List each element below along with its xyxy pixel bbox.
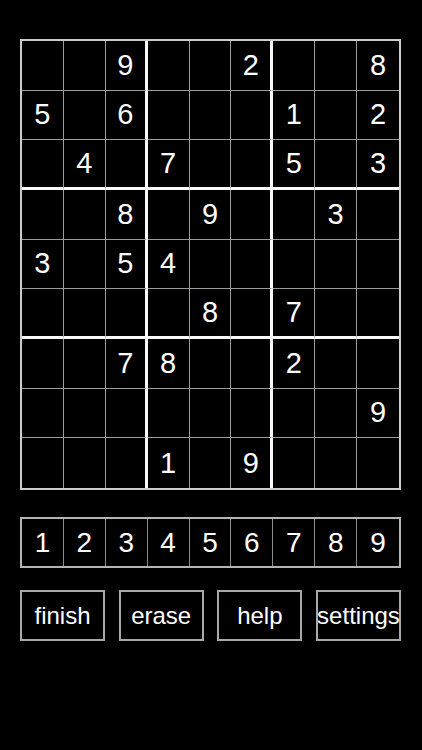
numpad-key-4[interactable]: 4 xyxy=(148,519,190,566)
cell-r7c5[interactable] xyxy=(190,339,232,389)
cell-r2c4[interactable] xyxy=(148,91,190,141)
numpad-key-6[interactable]: 6 xyxy=(231,519,273,566)
cell-r9c3[interactable] xyxy=(106,438,148,488)
cell-r5c4[interactable]: 4 xyxy=(148,240,190,290)
cell-r6c4[interactable] xyxy=(148,289,190,339)
cell-r1c6[interactable]: 2 xyxy=(231,41,273,91)
cell-r6c2[interactable] xyxy=(64,289,106,339)
cell-r4c1[interactable] xyxy=(22,190,64,240)
cell-r3c6[interactable] xyxy=(231,140,273,190)
cell-r1c4[interactable] xyxy=(148,41,190,91)
cell-r2c9[interactable]: 2 xyxy=(357,91,399,141)
cell-r6c6[interactable] xyxy=(231,289,273,339)
numpad-key-7[interactable]: 7 xyxy=(273,519,315,566)
cell-r9c7[interactable] xyxy=(273,438,315,488)
cell-r5c5[interactable] xyxy=(190,240,232,290)
cell-r7c4[interactable]: 8 xyxy=(148,339,190,389)
cell-r8c3[interactable] xyxy=(106,389,148,439)
cell-r3c7[interactable]: 5 xyxy=(273,140,315,190)
cell-r4c4[interactable] xyxy=(148,190,190,240)
numpad-key-9[interactable]: 9 xyxy=(357,519,399,566)
cell-r2c6[interactable] xyxy=(231,91,273,141)
settings-button[interactable]: settings xyxy=(316,590,401,641)
cell-r1c7[interactable] xyxy=(273,41,315,91)
cell-r8c1[interactable] xyxy=(22,389,64,439)
cell-r3c1[interactable] xyxy=(22,140,64,190)
cell-r2c1[interactable]: 5 xyxy=(22,91,64,141)
cell-r9c4[interactable]: 1 xyxy=(148,438,190,488)
cell-r4c2[interactable] xyxy=(64,190,106,240)
cell-r4c3[interactable]: 8 xyxy=(106,190,148,240)
cell-r6c3[interactable] xyxy=(106,289,148,339)
cell-r3c4[interactable]: 7 xyxy=(148,140,190,190)
cell-r5c6[interactable] xyxy=(231,240,273,290)
cell-r8c2[interactable] xyxy=(64,389,106,439)
cell-r7c6[interactable] xyxy=(231,339,273,389)
cell-r1c2[interactable] xyxy=(64,41,106,91)
cell-r9c5[interactable] xyxy=(190,438,232,488)
cell-r5c3[interactable]: 5 xyxy=(106,240,148,290)
cell-r2c3[interactable]: 6 xyxy=(106,91,148,141)
cell-r2c7[interactable]: 1 xyxy=(273,91,315,141)
numpad-key-8[interactable]: 8 xyxy=(315,519,357,566)
cell-r6c7[interactable]: 7 xyxy=(273,289,315,339)
cell-r9c6[interactable]: 9 xyxy=(231,438,273,488)
cell-r6c5[interactable]: 8 xyxy=(190,289,232,339)
numpad-key-1[interactable]: 1 xyxy=(22,519,64,566)
app-screen: 9285612475389335487782919 123456789 fini… xyxy=(0,0,422,750)
cell-r7c9[interactable] xyxy=(357,339,399,389)
cell-r9c2[interactable] xyxy=(64,438,106,488)
cell-r8c5[interactable] xyxy=(190,389,232,439)
cell-r8c4[interactable] xyxy=(148,389,190,439)
cell-r7c2[interactable] xyxy=(64,339,106,389)
cell-r9c1[interactable] xyxy=(22,438,64,488)
cell-r9c9[interactable] xyxy=(357,438,399,488)
cell-r5c7[interactable] xyxy=(273,240,315,290)
cell-r7c1[interactable] xyxy=(22,339,64,389)
cell-r4c7[interactable] xyxy=(273,190,315,240)
cell-r7c7[interactable]: 2 xyxy=(273,339,315,389)
finish-button[interactable]: finish xyxy=(20,590,105,641)
cell-r7c3[interactable]: 7 xyxy=(106,339,148,389)
cell-r6c9[interactable] xyxy=(357,289,399,339)
cell-r4c8[interactable]: 3 xyxy=(315,190,357,240)
cell-r3c9[interactable]: 3 xyxy=(357,140,399,190)
cell-r4c6[interactable] xyxy=(231,190,273,240)
cell-r1c5[interactable] xyxy=(190,41,232,91)
cell-r6c1[interactable] xyxy=(22,289,64,339)
cell-r9c8[interactable] xyxy=(315,438,357,488)
cell-r5c2[interactable] xyxy=(64,240,106,290)
action-button-row: finisherasehelpsettings xyxy=(20,590,401,641)
numpad-key-5[interactable]: 5 xyxy=(190,519,232,566)
cell-r2c5[interactable] xyxy=(190,91,232,141)
cell-r3c8[interactable] xyxy=(315,140,357,190)
numpad-key-2[interactable]: 2 xyxy=(64,519,106,566)
cell-r1c9[interactable]: 8 xyxy=(357,41,399,91)
cell-r7c8[interactable] xyxy=(315,339,357,389)
number-pad: 123456789 xyxy=(20,517,401,568)
cell-r3c2[interactable]: 4 xyxy=(64,140,106,190)
cell-r3c5[interactable] xyxy=(190,140,232,190)
cell-r8c9[interactable]: 9 xyxy=(357,389,399,439)
cell-r2c2[interactable] xyxy=(64,91,106,141)
cell-r8c6[interactable] xyxy=(231,389,273,439)
cell-r8c7[interactable] xyxy=(273,389,315,439)
cell-r1c8[interactable] xyxy=(315,41,357,91)
cell-r1c3[interactable]: 9 xyxy=(106,41,148,91)
cell-r5c9[interactable] xyxy=(357,240,399,290)
cell-r8c8[interactable] xyxy=(315,389,357,439)
cell-r4c5[interactable]: 9 xyxy=(190,190,232,240)
cell-r5c8[interactable] xyxy=(315,240,357,290)
cell-r1c1[interactable] xyxy=(22,41,64,91)
cell-r3c3[interactable] xyxy=(106,140,148,190)
cell-r5c1[interactable]: 3 xyxy=(22,240,64,290)
erase-button[interactable]: erase xyxy=(119,590,204,641)
sudoku-board: 9285612475389335487782919 xyxy=(20,39,401,490)
help-button[interactable]: help xyxy=(217,590,302,641)
cell-r6c8[interactable] xyxy=(315,289,357,339)
cell-r4c9[interactable] xyxy=(357,190,399,240)
numpad-key-3[interactable]: 3 xyxy=(106,519,148,566)
cell-r2c8[interactable] xyxy=(315,91,357,141)
